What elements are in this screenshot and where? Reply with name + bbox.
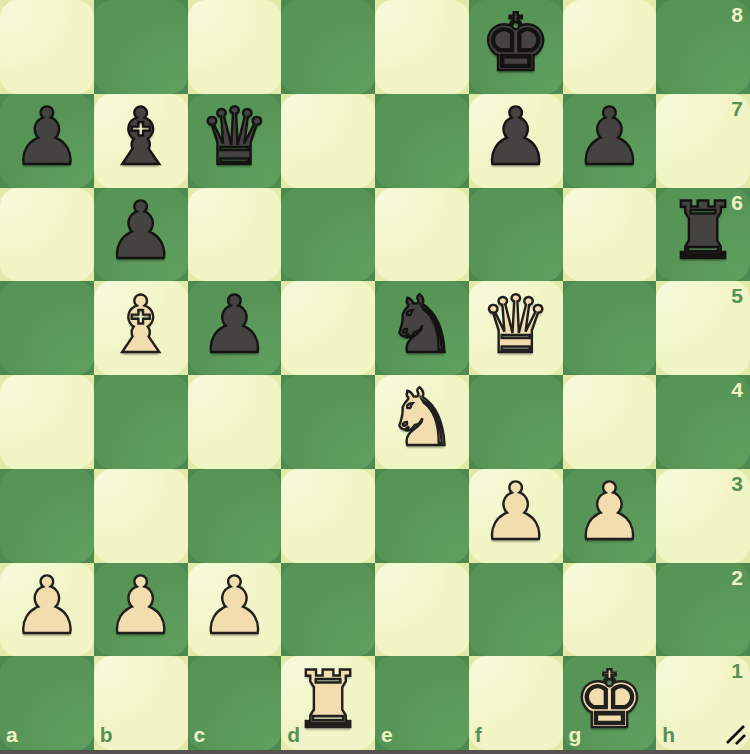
square-e7[interactable] [375,94,469,188]
square-g5[interactable] [563,281,657,375]
square-h4[interactable]: 4 [656,375,750,469]
square-d5[interactable] [281,281,375,375]
square-a6[interactable] [0,188,94,282]
rank-label-8: 8 [731,3,743,27]
square-e8[interactable] [375,0,469,94]
square-g8[interactable] [563,0,657,94]
square-b1[interactable]: b [94,656,188,750]
file-label-e: e [381,723,393,747]
square-f1[interactable]: f [469,656,563,750]
square-b2[interactable]: ♟ [94,563,188,657]
square-h6[interactable]: ♜6 [656,188,750,282]
square-h2[interactable]: 2 [656,563,750,657]
square-c1[interactable]: c [188,656,282,750]
square-a2[interactable]: ♟ [0,563,94,657]
square-h1[interactable]: 1h [656,656,750,750]
square-d3[interactable] [281,469,375,563]
square-c4[interactable] [188,375,282,469]
square-b5[interactable]: ♝ [94,281,188,375]
square-c5[interactable]: ♟ [188,281,282,375]
square-a7[interactable]: ♟ [0,94,94,188]
black-pawn-piece[interactable]: ♟ [94,185,188,279]
square-g3[interactable]: ♟ [563,469,657,563]
square-b7[interactable]: ♝ [94,94,188,188]
black-pawn-piece[interactable]: ♟ [563,91,657,185]
square-d4[interactable] [281,375,375,469]
square-c2[interactable]: ♟ [188,563,282,657]
square-f6[interactable] [469,188,563,282]
square-c8[interactable] [188,0,282,94]
square-e4[interactable]: ♞ [375,375,469,469]
bottom-bar [0,750,750,754]
square-g2[interactable] [563,563,657,657]
square-h7[interactable]: 7 [656,94,750,188]
square-d1[interactable]: ♜d [281,656,375,750]
square-b8[interactable] [94,0,188,94]
square-f5[interactable]: ♛ [469,281,563,375]
file-label-b: b [100,723,113,747]
file-label-c: c [194,723,206,747]
white-knight-piece[interactable]: ♞ [375,372,469,466]
white-bishop-piece[interactable]: ♝ [94,278,188,372]
square-f2[interactable] [469,563,563,657]
square-a4[interactable] [0,375,94,469]
white-pawn-piece[interactable]: ♟ [563,466,657,560]
black-bishop-piece[interactable]: ♝ [94,91,188,185]
square-g4[interactable] [563,375,657,469]
square-c3[interactable] [188,469,282,563]
white-pawn-piece[interactable]: ♟ [188,560,282,654]
square-h8[interactable]: 8 [656,0,750,94]
square-b3[interactable] [94,469,188,563]
rank-label-6: 6 [731,191,743,215]
square-d7[interactable] [281,94,375,188]
square-h5[interactable]: 5 [656,281,750,375]
rank-label-5: 5 [731,284,743,308]
black-knight-piece[interactable]: ♞ [375,278,469,372]
square-b4[interactable] [94,375,188,469]
square-f3[interactable]: ♟ [469,469,563,563]
square-g6[interactable] [563,188,657,282]
square-e3[interactable] [375,469,469,563]
black-pawn-piece[interactable]: ♟ [0,91,94,185]
square-a3[interactable] [0,469,94,563]
square-c7[interactable]: ♛ [188,94,282,188]
square-a5[interactable] [0,281,94,375]
rank-label-7: 7 [731,97,743,121]
board-resize-handle-icon[interactable] [726,725,746,745]
black-queen-piece[interactable]: ♛ [188,91,282,185]
square-e2[interactable] [375,563,469,657]
square-b6[interactable]: ♟ [94,188,188,282]
black-pawn-piece[interactable]: ♟ [469,91,563,185]
square-c6[interactable] [188,188,282,282]
square-g7[interactable]: ♟ [563,94,657,188]
file-label-f: f [475,723,482,747]
square-f4[interactable] [469,375,563,469]
square-h3[interactable]: 3 [656,469,750,563]
square-d6[interactable] [281,188,375,282]
square-d8[interactable] [281,0,375,94]
rank-label-2: 2 [731,566,743,590]
white-pawn-piece[interactable]: ♟ [0,560,94,654]
square-e1[interactable]: e [375,656,469,750]
black-pawn-piece[interactable]: ♟ [188,278,282,372]
file-label-a: a [6,723,18,747]
square-f8[interactable]: ♚ [469,0,563,94]
rank-label-4: 4 [731,378,743,402]
file-label-g: g [569,723,582,747]
square-f7[interactable]: ♟ [469,94,563,188]
rank-label-1: 1 [731,659,743,683]
square-a8[interactable] [0,0,94,94]
square-d2[interactable] [281,563,375,657]
rank-label-3: 3 [731,472,743,496]
square-g1[interactable]: ♚g [563,656,657,750]
white-pawn-piece[interactable]: ♟ [469,466,563,560]
white-queen-piece[interactable]: ♛ [469,278,563,372]
file-label-d: d [287,723,300,747]
chess-board: ♚8♟♝♛♟♟7♟♜6♝♟♞♛5♞4♟♟3♟♟♟2abc♜def♚g1h [0,0,750,750]
square-e6[interactable] [375,188,469,282]
black-king-piece[interactable]: ♚ [469,0,563,91]
file-label-h: h [662,723,675,747]
white-pawn-piece[interactable]: ♟ [94,560,188,654]
square-a1[interactable]: a [0,656,94,750]
square-e5[interactable]: ♞ [375,281,469,375]
